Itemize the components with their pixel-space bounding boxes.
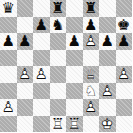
white-queen-outline: ♕ <box>83 66 100 83</box>
square-g7[interactable] <box>99 17 116 34</box>
square-a8[interactable]: ♛ <box>0 0 17 17</box>
square-e8[interactable] <box>66 0 83 17</box>
square-b4[interactable]: ♟♙ <box>17 66 34 83</box>
square-b3[interactable] <box>17 83 34 100</box>
white-rook[interactable]: ♜♖ <box>50 116 67 133</box>
square-e1[interactable]: ♜♖ <box>66 116 83 133</box>
square-b1[interactable] <box>17 116 34 133</box>
square-f3[interactable]: ♞♘ <box>83 83 100 100</box>
square-f4[interactable]: ♛♕ <box>83 66 100 83</box>
black-rook[interactable]: ♜ <box>83 0 100 17</box>
white-pawn[interactable]: ♟♙ <box>33 66 50 83</box>
black-pawn[interactable]: ♟ <box>99 33 116 50</box>
black-pawn[interactable]: ♟ <box>17 33 34 50</box>
square-h8[interactable] <box>116 0 133 17</box>
square-h5[interactable] <box>116 50 133 67</box>
black-rook[interactable]: ♜ <box>50 0 67 17</box>
chess-board: ♛♜♜♟♞♟♚♟♟♟♟♙♟♟♟♙♟♙♛♕♟♙♞♘♟♙♟♙♟♙♜♖♜♖♚♔ <box>0 0 132 132</box>
square-h3[interactable] <box>116 83 133 100</box>
square-e3[interactable] <box>66 83 83 100</box>
square-c6[interactable] <box>33 33 50 50</box>
square-a7[interactable] <box>0 17 17 34</box>
white-pawn[interactable]: ♟♙ <box>17 66 34 83</box>
square-d5[interactable] <box>50 50 67 67</box>
white-rook[interactable]: ♜♖ <box>66 116 83 133</box>
square-h1[interactable] <box>116 116 133 133</box>
square-f6[interactable]: ♟♙ <box>83 33 100 50</box>
white-pawn-outline: ♙ <box>17 66 34 83</box>
black-queen[interactable]: ♛ <box>0 0 17 17</box>
white-pawn-outline: ♙ <box>99 83 116 100</box>
square-a1[interactable] <box>0 116 17 133</box>
square-g2[interactable] <box>99 99 116 116</box>
square-h6[interactable]: ♟ <box>116 33 133 50</box>
square-c2[interactable] <box>33 99 50 116</box>
square-g5[interactable] <box>99 50 116 67</box>
square-f2[interactable]: ♟♙ <box>83 99 100 116</box>
black-knight[interactable]: ♞ <box>50 17 67 34</box>
white-pawn[interactable]: ♟♙ <box>0 99 17 116</box>
square-c3[interactable] <box>33 83 50 100</box>
square-f1[interactable] <box>83 116 100 133</box>
white-knight-outline: ♘ <box>83 83 100 100</box>
square-f5[interactable] <box>83 50 100 67</box>
square-b8[interactable] <box>17 0 34 17</box>
black-pawn[interactable]: ♟ <box>0 33 17 50</box>
square-d7[interactable]: ♞ <box>50 17 67 34</box>
white-pawn[interactable]: ♟♙ <box>116 66 133 83</box>
square-b7[interactable] <box>17 17 34 34</box>
white-queen[interactable]: ♛♕ <box>83 66 100 83</box>
square-d2[interactable] <box>50 99 67 116</box>
square-d8[interactable]: ♜ <box>50 0 67 17</box>
square-a2[interactable]: ♟♙ <box>0 99 17 116</box>
square-d4[interactable] <box>50 66 67 83</box>
white-pawn[interactable]: ♟♙ <box>83 99 100 116</box>
square-e2[interactable] <box>66 99 83 116</box>
white-pawn[interactable]: ♟♙ <box>99 83 116 100</box>
square-d6[interactable] <box>50 33 67 50</box>
square-c7[interactable]: ♟ <box>33 17 50 34</box>
white-pawn-outline: ♙ <box>83 99 100 116</box>
square-c4[interactable]: ♟♙ <box>33 66 50 83</box>
white-pawn-outline: ♙ <box>33 66 50 83</box>
square-c8[interactable] <box>33 0 50 17</box>
square-e4[interactable] <box>66 66 83 83</box>
square-a5[interactable] <box>0 50 17 67</box>
white-knight[interactable]: ♞♘ <box>83 83 100 100</box>
square-g6[interactable]: ♟ <box>99 33 116 50</box>
white-pawn[interactable]: ♟♙ <box>83 33 100 50</box>
white-pawn-outline: ♙ <box>116 66 133 83</box>
square-a6[interactable]: ♟ <box>0 33 17 50</box>
square-f7[interactable]: ♟ <box>83 17 100 34</box>
white-rook-outline: ♖ <box>50 116 67 133</box>
square-g3[interactable]: ♟♙ <box>99 83 116 100</box>
black-pawn[interactable]: ♟ <box>116 33 133 50</box>
square-g1[interactable]: ♚♔ <box>99 116 116 133</box>
black-pawn[interactable]: ♟ <box>83 17 100 34</box>
white-rook-outline: ♖ <box>66 116 83 133</box>
white-king[interactable]: ♚♔ <box>99 116 116 133</box>
square-e5[interactable] <box>66 50 83 67</box>
square-h2[interactable] <box>116 99 133 116</box>
square-b6[interactable]: ♟ <box>17 33 34 50</box>
square-c1[interactable] <box>33 116 50 133</box>
square-d3[interactable] <box>50 83 67 100</box>
square-h4[interactable]: ♟♙ <box>116 66 133 83</box>
black-pawn[interactable]: ♟ <box>33 17 50 34</box>
square-c5[interactable] <box>33 50 50 67</box>
white-king-outline: ♔ <box>99 116 116 133</box>
square-d1[interactable]: ♜♖ <box>50 116 67 133</box>
square-e7[interactable] <box>66 17 83 34</box>
white-pawn-outline: ♙ <box>0 99 17 116</box>
square-g8[interactable] <box>99 0 116 17</box>
square-a4[interactable] <box>0 66 17 83</box>
black-king[interactable]: ♚ <box>116 17 133 34</box>
square-b5[interactable] <box>17 50 34 67</box>
square-e6[interactable]: ♟ <box>66 33 83 50</box>
square-b2[interactable] <box>17 99 34 116</box>
square-a3[interactable] <box>0 83 17 100</box>
square-f8[interactable]: ♜ <box>83 0 100 17</box>
square-g4[interactable] <box>99 66 116 83</box>
white-pawn-outline: ♙ <box>83 33 100 50</box>
black-pawn[interactable]: ♟ <box>66 33 83 50</box>
square-h7[interactable]: ♚ <box>116 17 133 34</box>
